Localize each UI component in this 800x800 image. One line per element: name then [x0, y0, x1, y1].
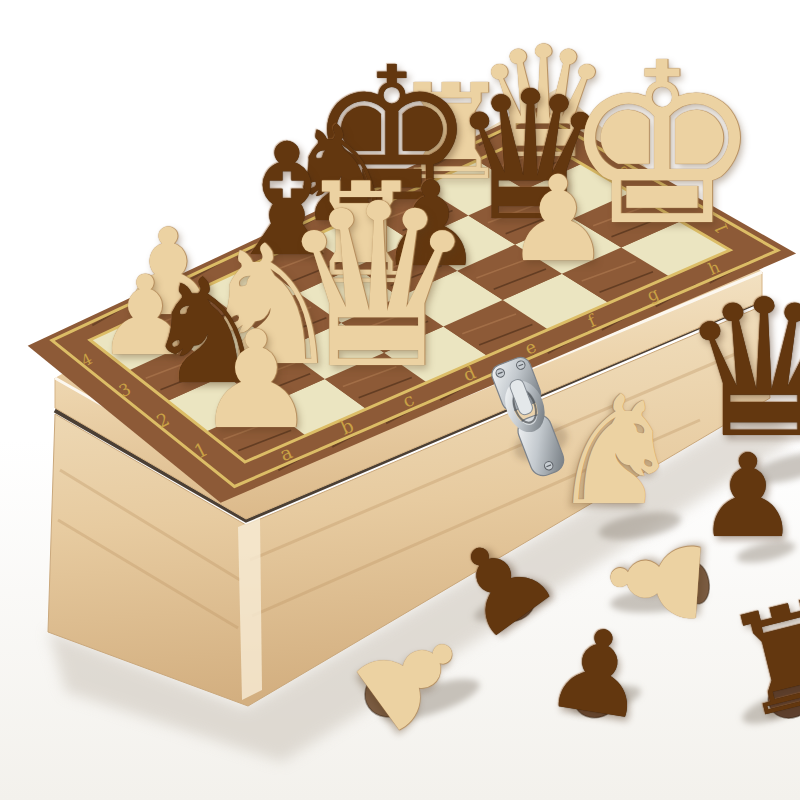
piece-white-pawn-g2[interactable]: ♟: [505, 160, 611, 278]
piece-white-knight-table-standing-1[interactable]: ♞: [549, 376, 683, 526]
box-corner-highlight: [238, 518, 262, 700]
piece-white-pawn-a1[interactable]: ♟: [195, 313, 316, 448]
piece-dark-pawn-table-fallen-4[interactable]: ♟: [539, 609, 658, 738]
chess-set-photo: abcdefgh12341234 ♛♜♚♞♛♚♝♟♟♜♟♟♞♛♞♟♛♞♟♟♟♜♟…: [0, 0, 800, 800]
